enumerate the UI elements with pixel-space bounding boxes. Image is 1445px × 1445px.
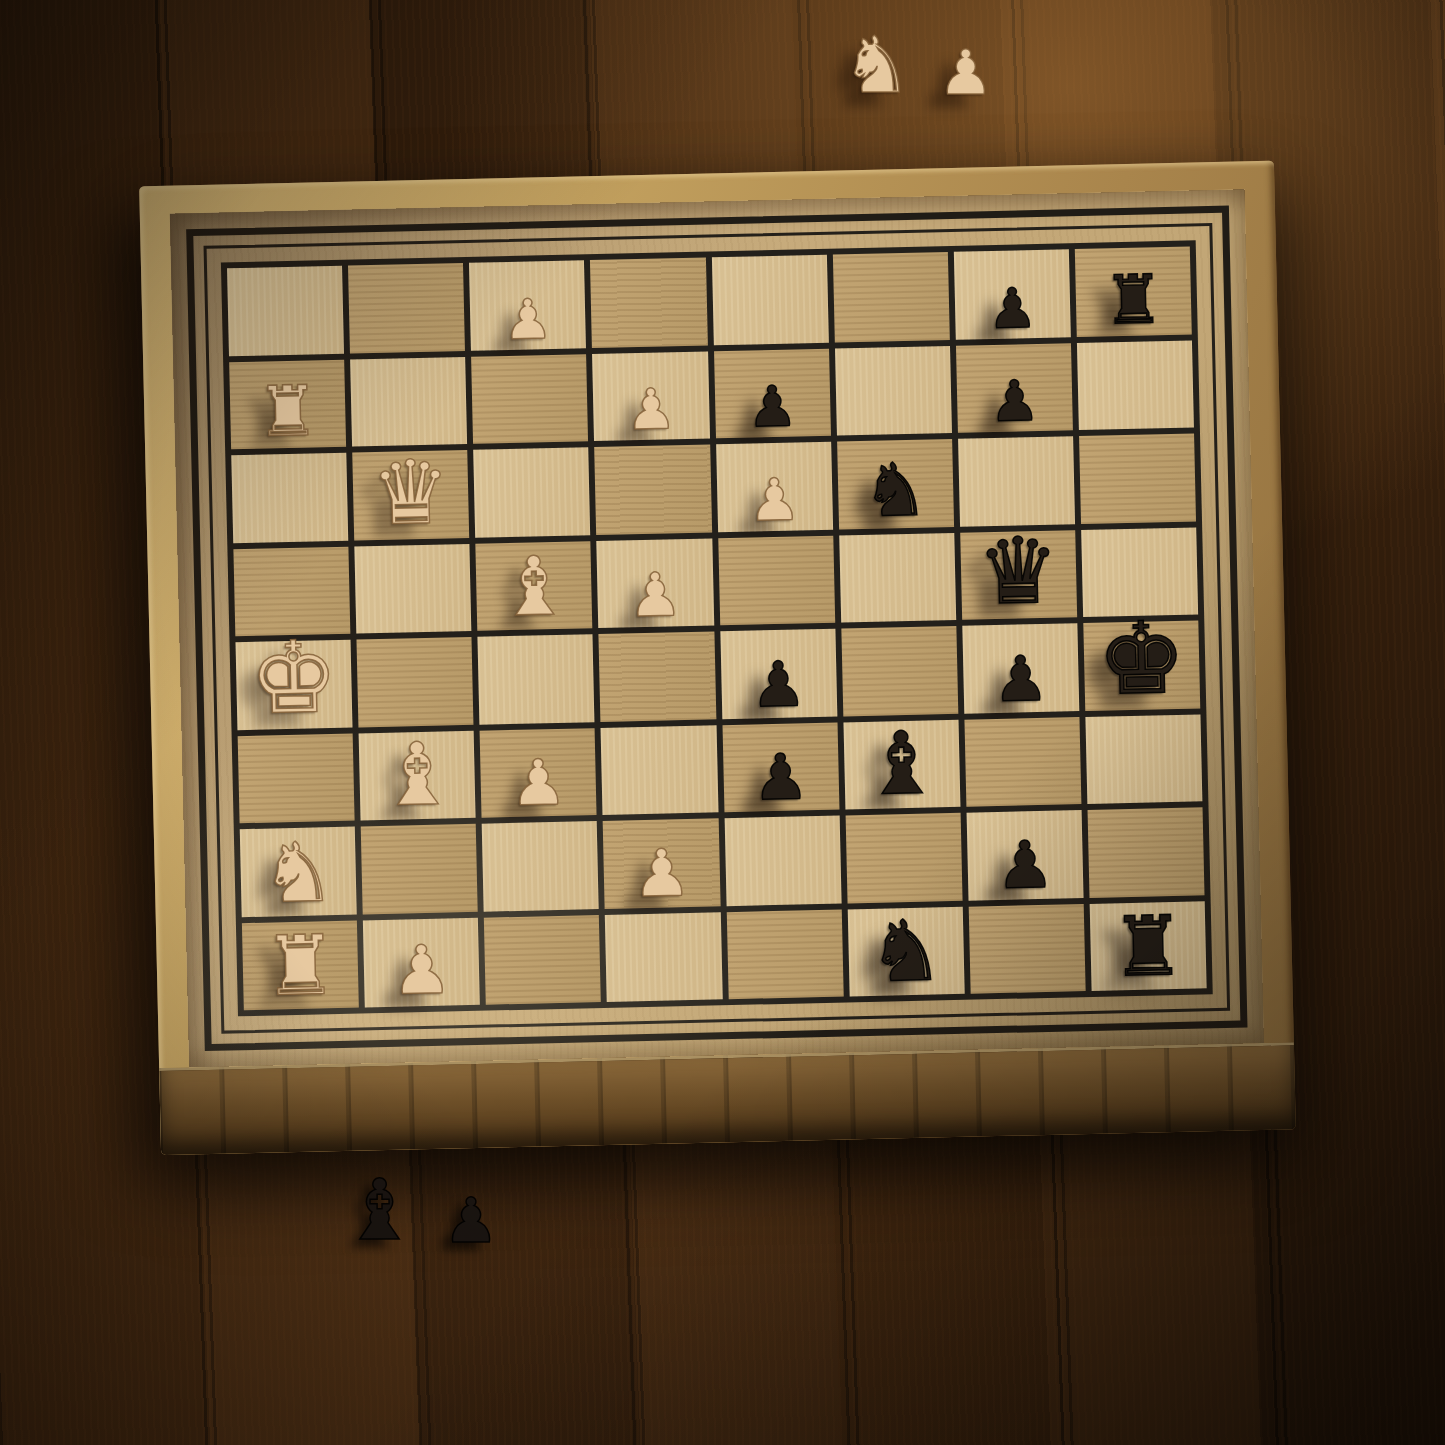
square-d8[interactable] <box>590 257 707 347</box>
square-a1[interactable]: ♜ <box>242 920 359 1010</box>
square-f3[interactable]: ♝ <box>843 719 960 809</box>
square-b2[interactable] <box>361 824 478 914</box>
square-e4[interactable]: ♟ <box>720 629 837 719</box>
square-h7[interactable] <box>1077 340 1194 430</box>
piece-black-rook-h8[interactable]: ♜ <box>1103 266 1165 334</box>
square-c8[interactable]: ♟ <box>469 260 586 350</box>
square-c4[interactable] <box>478 634 595 724</box>
piece-black-pawn-g4[interactable]: ♟ <box>992 647 1049 710</box>
square-c3[interactable]: ♟ <box>480 728 597 818</box>
square-g4[interactable]: ♟ <box>962 623 1079 713</box>
square-a3[interactable] <box>238 733 355 823</box>
board-frame: ♟♟♜♜♟♟♟♛♟♞♝♟♛♚♟♟♚♝♟♟♝♞♟♟♜♟♞♜ <box>139 161 1296 1156</box>
square-a2[interactable]: ♞ <box>240 827 357 917</box>
square-e1[interactable] <box>726 909 843 999</box>
square-a6[interactable] <box>231 453 348 543</box>
piece-white-bishop-b3[interactable]: ♝ <box>378 730 457 818</box>
board-grid: ♟♟♜♜♟♟♟♛♟♞♝♟♛♚♟♟♚♝♟♟♝♞♟♟♜♟♞♜ <box>221 240 1213 1016</box>
square-b7[interactable] <box>350 356 467 446</box>
square-g5[interactable]: ♛ <box>960 530 1077 620</box>
piece-black-pawn-g8[interactable]: ♟ <box>987 280 1038 336</box>
piece-black-queen-g5[interactable]: ♛ <box>977 525 1061 618</box>
piece-white-pawn-d5[interactable]: ♟ <box>628 564 683 625</box>
square-a4[interactable]: ♚ <box>236 640 353 730</box>
square-f7[interactable] <box>835 345 952 435</box>
piece-white-pawn-b1[interactable]: ♟ <box>391 936 453 1004</box>
piece-black-knight-f1[interactable]: ♞ <box>867 908 944 994</box>
square-c1[interactable] <box>484 915 601 1005</box>
square-d7[interactable]: ♟ <box>592 351 709 441</box>
square-d4[interactable] <box>599 631 716 721</box>
square-c6[interactable] <box>473 447 590 537</box>
square-d6[interactable] <box>595 444 712 534</box>
square-e2[interactable] <box>724 816 841 906</box>
square-e5[interactable] <box>718 535 835 625</box>
photo-scene: ♞♟ ♟♟♜♜♟♟♟♛♟♞♝♟♛♚♟♟♚♝♟♟♝♞♟♟♜♟♞♜ ♝♟ <box>0 0 1445 1445</box>
outer-border-line: ♟♟♜♜♟♟♟♛♟♞♝♟♛♚♟♟♚♝♟♟♝♞♟♟♜♟♞♜ <box>186 206 1247 1051</box>
piece-white-king-a4[interactable]: ♚ <box>248 626 339 727</box>
square-g7[interactable]: ♟ <box>956 343 1073 433</box>
piece-white-pawn-d7[interactable]: ♟ <box>626 381 677 438</box>
square-a8[interactable] <box>227 266 344 356</box>
piece-white-pawn-c3[interactable]: ♟ <box>510 751 568 815</box>
captured-white-knight[interactable]: ♞ <box>842 26 912 104</box>
chess-board: ♟♟♜♜♟♟♟♛♟♞♝♟♛♚♟♟♚♝♟♟♝♞♟♟♜♟♞♜ <box>139 162 1236 1155</box>
piece-white-bishop-c5[interactable]: ♝ <box>497 546 571 629</box>
square-a7[interactable]: ♜ <box>229 359 346 449</box>
captured-pieces-bottom: ♝♟ <box>342 1168 499 1252</box>
piece-black-pawn-e3[interactable]: ♟ <box>752 745 810 809</box>
captured-black-pawn[interactable]: ♟ <box>443 1190 499 1252</box>
piece-black-pawn-g2[interactable]: ♟ <box>995 831 1055 897</box>
piece-black-pawn-e7[interactable]: ♟ <box>747 378 798 435</box>
square-b3[interactable]: ♝ <box>359 730 476 820</box>
square-g3[interactable] <box>964 717 1081 807</box>
square-c5[interactable]: ♝ <box>476 541 593 631</box>
square-b8[interactable] <box>348 263 465 353</box>
square-d5[interactable]: ♟ <box>597 538 714 628</box>
piece-black-king-h4[interactable]: ♚ <box>1096 607 1187 708</box>
piece-black-bishop-f3[interactable]: ♝ <box>862 719 941 807</box>
square-c2[interactable] <box>482 821 599 911</box>
piece-white-pawn-c8[interactable]: ♟ <box>503 291 554 347</box>
captured-black-bishop[interactable]: ♝ <box>342 1168 417 1252</box>
captured-white-pawn[interactable]: ♟ <box>938 42 994 104</box>
square-f4[interactable] <box>841 626 958 716</box>
square-d1[interactable] <box>605 912 722 1002</box>
piece-black-pawn-e4[interactable]: ♟ <box>750 653 807 716</box>
square-h8[interactable]: ♜ <box>1075 246 1192 336</box>
square-h1[interactable]: ♜ <box>1090 901 1207 991</box>
square-h2[interactable] <box>1087 807 1204 897</box>
square-f2[interactable] <box>845 813 962 903</box>
square-g8[interactable]: ♟ <box>954 249 1071 339</box>
square-d3[interactable] <box>601 725 718 815</box>
square-b4[interactable] <box>357 637 474 727</box>
square-b5[interactable] <box>354 543 471 633</box>
square-g1[interactable] <box>968 904 1085 994</box>
square-h3[interactable] <box>1085 714 1202 804</box>
square-f1[interactable]: ♞ <box>847 906 964 996</box>
square-b1[interactable]: ♟ <box>363 917 480 1007</box>
board-surface: ♟♟♜♜♟♟♟♛♟♞♝♟♛♚♟♟♚♝♟♟♝♞♟♟♜♟♞♜ <box>170 189 1264 1067</box>
square-f6[interactable]: ♞ <box>837 439 954 529</box>
piece-white-pawn-d2[interactable]: ♟ <box>632 839 692 905</box>
piece-white-rook-a1[interactable]: ♜ <box>263 924 338 1008</box>
piece-white-rook-a7[interactable]: ♜ <box>256 376 319 446</box>
piece-black-rook-h1[interactable]: ♜ <box>1110 905 1185 989</box>
square-e3[interactable]: ♟ <box>722 722 839 812</box>
square-e6[interactable]: ♟ <box>716 442 833 532</box>
square-c7[interactable] <box>471 354 588 444</box>
square-h6[interactable] <box>1079 433 1196 523</box>
square-b6[interactable]: ♛ <box>352 450 469 540</box>
square-g6[interactable] <box>958 436 1075 526</box>
square-g2[interactable]: ♟ <box>966 810 1083 900</box>
square-e8[interactable] <box>711 255 828 345</box>
piece-white-pawn-e6[interactable]: ♟ <box>748 470 801 529</box>
inner-border-line: ♟♟♜♜♟♟♟♛♟♞♝♟♛♚♟♟♚♝♟♟♝♞♟♟♜♟♞♜ <box>204 223 1231 1034</box>
square-h4[interactable]: ♚ <box>1083 620 1200 710</box>
square-d2[interactable]: ♟ <box>603 818 720 908</box>
piece-white-knight-a2[interactable]: ♞ <box>261 831 336 915</box>
piece-white-queen-b6[interactable]: ♛ <box>370 448 451 538</box>
square-f5[interactable] <box>839 532 956 622</box>
piece-black-pawn-g7[interactable]: ♟ <box>989 373 1040 430</box>
square-f8[interactable] <box>832 252 949 342</box>
piece-black-knight-f6[interactable]: ♞ <box>862 452 929 526</box>
captured-pieces-top: ♞♟ <box>842 26 994 104</box>
square-e7[interactable]: ♟ <box>714 348 831 438</box>
